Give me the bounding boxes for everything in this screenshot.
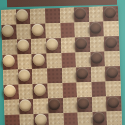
dark-piece-c4r7[interactable] (48, 98, 60, 110)
square-c6r8[interactable] (78, 112, 93, 125)
square-c2r4[interactable] (17, 54, 32, 70)
square-c5r1[interactable] (59, 8, 74, 24)
square-c1r6[interactable] (4, 85, 19, 101)
square-c8r2[interactable] (104, 21, 119, 37)
light-piece-c1r2[interactable] (2, 24, 14, 36)
square-c1r8[interactable] (5, 115, 20, 125)
square-c3r1[interactable] (30, 9, 45, 25)
square-c2r8[interactable] (19, 114, 34, 125)
dark-piece-c6r5[interactable] (76, 67, 88, 79)
light-piece-c2r3[interactable] (17, 39, 29, 51)
square-c2r3[interactable] (17, 39, 32, 55)
square-c3r5[interactable] (32, 69, 47, 85)
photo-scene (0, 0, 125, 125)
square-c6r7[interactable] (77, 97, 92, 113)
square-c4r4[interactable] (46, 53, 61, 69)
light-piece-c2r1[interactable] (16, 9, 28, 21)
square-c1r2[interactable] (1, 25, 16, 41)
square-c3r4[interactable] (32, 54, 47, 70)
square-c4r8[interactable] (48, 113, 63, 125)
square-c8r1[interactable] (103, 6, 118, 22)
dark-piece-c7r8[interactable] (93, 111, 105, 123)
square-c5r8[interactable] (63, 112, 78, 125)
square-c2r7[interactable] (19, 99, 34, 115)
square-c3r2[interactable] (31, 24, 46, 40)
square-c2r1[interactable] (16, 9, 31, 25)
square-c5r2[interactable] (60, 23, 75, 39)
square-c7r7[interactable] (92, 96, 107, 112)
checkers-board (1, 6, 122, 125)
dark-piece-c8r1[interactable] (104, 6, 116, 18)
square-c6r6[interactable] (77, 82, 92, 98)
square-c4r3[interactable] (46, 38, 61, 54)
square-c6r1[interactable] (74, 7, 89, 23)
square-c8r7[interactable] (106, 96, 121, 112)
square-c2r5[interactable] (18, 69, 33, 85)
dark-piece-c8r5[interactable] (106, 66, 118, 78)
square-c3r6[interactable] (33, 84, 48, 100)
square-c6r4[interactable] (76, 52, 91, 68)
square-c5r5[interactable] (62, 67, 77, 83)
square-c8r8[interactable] (107, 111, 122, 125)
dark-piece-c7r2[interactable] (89, 21, 101, 33)
square-c6r2[interactable] (75, 22, 90, 38)
square-c4r5[interactable] (47, 68, 62, 84)
light-piece-c2r5[interactable] (18, 69, 30, 81)
square-c1r4[interactable] (3, 55, 18, 71)
light-piece-c4r3[interactable] (46, 38, 58, 50)
square-c8r6[interactable] (106, 81, 121, 97)
square-c5r3[interactable] (60, 38, 75, 54)
square-c3r7[interactable] (33, 98, 48, 114)
light-piece-c3r6[interactable] (33, 83, 45, 95)
square-c7r6[interactable] (91, 81, 106, 97)
square-c7r2[interactable] (89, 21, 104, 37)
square-c8r3[interactable] (104, 36, 119, 52)
square-c8r4[interactable] (105, 51, 120, 67)
dark-piece-c6r7[interactable] (77, 97, 89, 109)
dark-piece-c8r7[interactable] (107, 96, 119, 108)
square-c7r4[interactable] (90, 51, 105, 67)
square-c6r3[interactable] (75, 37, 90, 53)
square-c6r5[interactable] (76, 67, 91, 83)
square-c5r4[interactable] (61, 52, 76, 68)
light-piece-c1r6[interactable] (4, 84, 16, 96)
square-c1r3[interactable] (2, 40, 17, 56)
square-c7r1[interactable] (89, 7, 104, 23)
light-piece-c3r2[interactable] (31, 23, 43, 35)
square-c3r3[interactable] (31, 39, 46, 55)
square-c5r7[interactable] (63, 97, 78, 113)
square-c3r8[interactable] (34, 113, 49, 125)
dark-piece-c6r3[interactable] (75, 37, 87, 49)
square-c7r3[interactable] (90, 36, 105, 52)
square-c4r1[interactable] (45, 8, 60, 24)
square-c4r7[interactable] (48, 98, 63, 114)
square-c7r8[interactable] (92, 111, 107, 125)
dark-piece-c8r3[interactable] (105, 36, 117, 48)
square-c2r6[interactable] (18, 84, 33, 100)
square-c4r2[interactable] (45, 23, 60, 39)
square-c5r6[interactable] (62, 82, 77, 98)
square-c4r6[interactable] (47, 83, 62, 99)
square-c7r5[interactable] (91, 66, 106, 82)
light-piece-c3r4[interactable] (32, 53, 44, 65)
square-c1r7[interactable] (4, 100, 19, 116)
square-c1r1[interactable] (1, 10, 16, 26)
light-piece-c3r8[interactable] (34, 113, 46, 125)
square-c2r2[interactable] (16, 24, 31, 40)
dark-piece-c6r1[interactable] (74, 7, 86, 19)
light-piece-c2r7[interactable] (19, 99, 31, 111)
square-c1r5[interactable] (3, 70, 18, 86)
square-c8r5[interactable] (105, 66, 120, 82)
light-piece-c1r4[interactable] (3, 54, 15, 66)
dark-piece-c7r4[interactable] (91, 51, 103, 63)
